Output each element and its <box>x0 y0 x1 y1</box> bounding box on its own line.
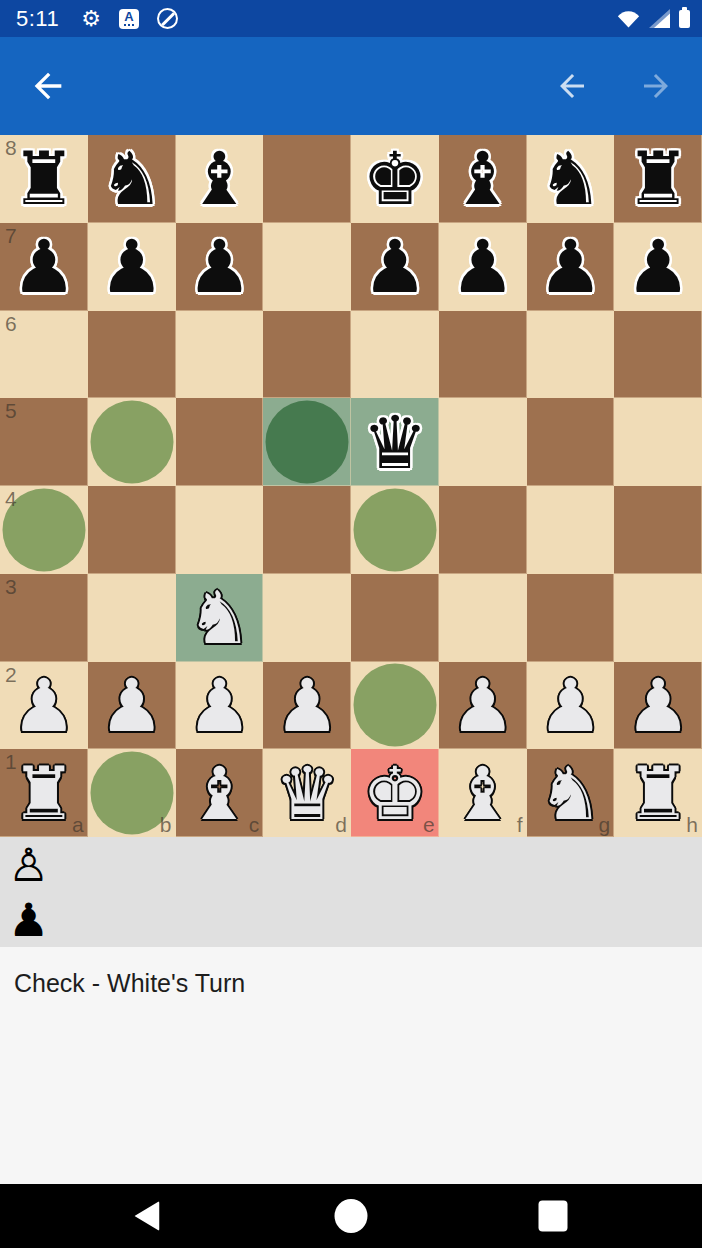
square-e2[interactable] <box>351 662 439 750</box>
square-g4[interactable] <box>527 486 615 574</box>
square-a8[interactable]: ♜8 <box>0 135 88 223</box>
android-nav-bar <box>0 1184 702 1248</box>
gear-icon: ⚙ <box>81 8 101 30</box>
piece-black-pawn[interactable]: ♟ <box>187 230 252 303</box>
square-c8[interactable]: ♝ <box>176 135 264 223</box>
piece-white-king[interactable]: ♚ <box>362 757 427 830</box>
piece-white-knight[interactable]: ♞ <box>538 757 603 830</box>
piece-black-pawn[interactable]: ♟ <box>362 230 427 303</box>
square-b6[interactable] <box>88 311 176 399</box>
square-a3[interactable]: 3 <box>0 574 88 662</box>
piece-white-pawn[interactable]: ♟ <box>99 669 164 742</box>
square-g7[interactable]: ♟ <box>527 223 615 311</box>
square-e6[interactable] <box>351 311 439 399</box>
square-g3[interactable] <box>527 574 615 662</box>
clock-time: 5:11 <box>16 6 59 32</box>
square-h4[interactable] <box>614 486 702 574</box>
square-c7[interactable]: ♟ <box>176 223 264 311</box>
piece-black-bishop[interactable]: ♝ <box>187 142 252 215</box>
file-label-e: e <box>423 813 435 837</box>
piece-black-knight[interactable]: ♞ <box>99 142 164 215</box>
rank-label-5: 5 <box>5 399 17 423</box>
chess-board: ♜8♞♝♚♝♞♜♟7♟♟♟♟♟♟65♛43♞♟2♟♟♟♟♟♟♜1ab♝c♛d♚e… <box>0 135 702 837</box>
home-button[interactable] <box>335 1199 368 1233</box>
file-label-a: a <box>72 813 84 837</box>
square-g6[interactable] <box>527 311 615 399</box>
square-a4[interactable]: 4 <box>0 486 88 574</box>
square-h8[interactable]: ♜ <box>614 135 702 223</box>
square-d1[interactable]: ♛d <box>263 749 351 837</box>
piece-black-rook[interactable]: ♜ <box>625 142 690 215</box>
square-g8[interactable]: ♞ <box>527 135 615 223</box>
undo-arrow-button[interactable] <box>554 68 590 104</box>
square-f6[interactable] <box>439 311 527 399</box>
square-h2[interactable]: ♟ <box>614 662 702 750</box>
square-h5[interactable] <box>614 398 702 486</box>
square-f3[interactable] <box>439 574 527 662</box>
legal-move-dot[interactable] <box>266 401 349 484</box>
square-f1[interactable]: ♝f <box>439 749 527 837</box>
battery-icon <box>679 10 690 28</box>
square-c3[interactable]: ♞ <box>176 574 264 662</box>
rank-label-3: 3 <box>5 575 17 599</box>
rank-label-7: 7 <box>5 224 17 248</box>
square-f5[interactable] <box>439 398 527 486</box>
square-d2[interactable]: ♟ <box>263 662 351 750</box>
piece-white-pawn[interactable]: ♟ <box>450 669 515 742</box>
square-e1[interactable]: ♚e <box>351 749 439 837</box>
do-not-disturb-icon <box>157 8 178 29</box>
square-a7[interactable]: ♟7 <box>0 223 88 311</box>
legal-move-dot[interactable] <box>90 401 173 484</box>
rank-label-1: 1 <box>5 750 17 774</box>
piece-black-pawn[interactable]: ♟ <box>538 230 603 303</box>
square-f7[interactable]: ♟ <box>439 223 527 311</box>
captured-white-row: ♙ <box>0 837 702 892</box>
square-g1[interactable]: ♞g <box>527 749 615 837</box>
square-c1[interactable]: ♝c <box>176 749 264 837</box>
file-label-g: g <box>599 813 611 837</box>
captured-pieces-tray: ♙♟ <box>0 837 702 947</box>
piece-white-pawn[interactable]: ♟ <box>187 669 252 742</box>
square-b2[interactable]: ♟ <box>88 662 176 750</box>
square-e4[interactable] <box>351 486 439 574</box>
piece-black-rook[interactable]: ♜ <box>11 142 76 215</box>
piece-white-rook[interactable]: ♜ <box>625 757 690 830</box>
square-c4[interactable] <box>176 486 264 574</box>
square-d8[interactable] <box>263 135 351 223</box>
piece-black-pawn[interactable]: ♟ <box>625 230 690 303</box>
square-g2[interactable]: ♟ <box>527 662 615 750</box>
cell-signal-icon <box>649 9 670 28</box>
piece-black-pawn[interactable]: ♟ <box>450 230 515 303</box>
piece-black-pawn[interactable]: ♟ <box>99 230 164 303</box>
square-a1[interactable]: ♜1a <box>0 749 88 837</box>
game-status-area: Check - White's Turn <box>0 947 702 1184</box>
back-button[interactable] <box>135 1201 160 1231</box>
legal-move-dot[interactable] <box>353 488 436 571</box>
piece-black-queen[interactable]: ♛ <box>362 406 427 479</box>
square-a6[interactable]: 6 <box>0 311 88 399</box>
square-e8[interactable]: ♚ <box>351 135 439 223</box>
piece-white-pawn[interactable]: ♟ <box>11 669 76 742</box>
keyboard-a-icon: A <box>119 9 139 29</box>
square-a2[interactable]: ♟2 <box>0 662 88 750</box>
redo-arrow-button[interactable] <box>638 68 674 104</box>
square-a5[interactable]: 5 <box>0 398 88 486</box>
file-label-d: d <box>335 813 347 837</box>
square-e7[interactable]: ♟ <box>351 223 439 311</box>
square-b4[interactable] <box>88 486 176 574</box>
file-label-c: c <box>249 813 260 837</box>
square-b5[interactable] <box>88 398 176 486</box>
captured-black-pawn: ♟ <box>8 897 49 943</box>
piece-white-pawn[interactable]: ♟ <box>274 669 339 742</box>
square-h7[interactable]: ♟ <box>614 223 702 311</box>
square-f4[interactable] <box>439 486 527 574</box>
square-d3[interactable] <box>263 574 351 662</box>
square-b8[interactable]: ♞ <box>88 135 176 223</box>
square-b7[interactable]: ♟ <box>88 223 176 311</box>
square-f8[interactable]: ♝ <box>439 135 527 223</box>
square-d4[interactable] <box>263 486 351 574</box>
captured-white-pawn: ♙ <box>8 842 49 888</box>
square-d6[interactable] <box>263 311 351 399</box>
file-label-h: h <box>686 813 698 837</box>
piece-black-pawn[interactable]: ♟ <box>11 230 76 303</box>
piece-white-rook[interactable]: ♜ <box>11 757 76 830</box>
square-c6[interactable] <box>176 311 264 399</box>
rank-label-6: 6 <box>5 312 17 336</box>
square-g5[interactable] <box>527 398 615 486</box>
square-f2[interactable]: ♟ <box>439 662 527 750</box>
rank-label-2: 2 <box>5 663 17 687</box>
square-d7[interactable] <box>263 223 351 311</box>
legal-move-dot[interactable] <box>353 664 436 747</box>
piece-black-knight[interactable]: ♞ <box>538 142 603 215</box>
piece-white-bishop[interactable]: ♝ <box>450 757 515 830</box>
piece-white-queen[interactable]: ♛ <box>274 757 339 830</box>
file-label-f: f <box>517 813 523 837</box>
square-c2[interactable]: ♟ <box>176 662 264 750</box>
piece-white-pawn[interactable]: ♟ <box>538 669 603 742</box>
status-bar: 5:11 ⚙ A <box>0 0 702 37</box>
recents-button[interactable] <box>539 1201 568 1232</box>
wifi-icon <box>617 9 640 28</box>
file-label-b: b <box>160 813 172 837</box>
square-e5[interactable]: ♛ <box>351 398 439 486</box>
game-status-message: Check - White's Turn <box>14 969 688 998</box>
square-d5[interactable] <box>263 398 351 486</box>
piece-white-pawn[interactable]: ♟ <box>625 669 690 742</box>
square-h3[interactable] <box>614 574 702 662</box>
piece-black-king[interactable]: ♚ <box>362 142 427 215</box>
captured-black-row: ♟ <box>0 892 702 947</box>
piece-black-bishop[interactable]: ♝ <box>450 142 515 215</box>
app-bar <box>0 37 702 135</box>
square-c5[interactable] <box>176 398 264 486</box>
square-b3[interactable] <box>88 574 176 662</box>
rank-label-8: 8 <box>5 136 17 160</box>
back-arrow-button[interactable] <box>28 66 68 106</box>
square-h1[interactable]: ♜h <box>614 749 702 837</box>
rank-label-4: 4 <box>5 487 17 511</box>
piece-white-knight[interactable]: ♞ <box>187 581 252 654</box>
square-h6[interactable] <box>614 311 702 399</box>
square-e3[interactable] <box>351 574 439 662</box>
square-b1[interactable]: b <box>88 749 176 837</box>
piece-white-bishop[interactable]: ♝ <box>187 757 252 830</box>
